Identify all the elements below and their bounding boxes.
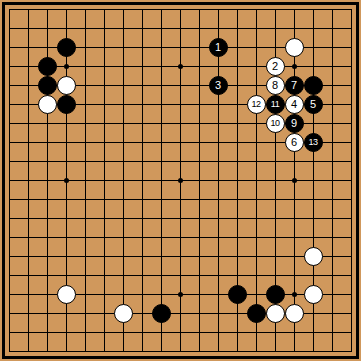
star-point — [64, 178, 69, 183]
stone-white — [114, 304, 133, 323]
move-number-label: 3 — [215, 80, 221, 91]
grid-line-horizontal — [9, 199, 352, 200]
move-number-label: 4 — [291, 99, 297, 110]
move-number-label: 1 — [215, 42, 221, 53]
move-number-label: 9 — [291, 118, 297, 129]
grid-line-horizontal — [9, 237, 352, 238]
stone-black — [304, 76, 323, 95]
stone-white-move-10: 10 — [266, 114, 285, 133]
go-board-diagram: 12387121145109613 — [0, 0, 361, 361]
grid-line-horizontal — [9, 218, 352, 219]
stone-black — [266, 285, 285, 304]
star-point — [178, 64, 183, 69]
stone-black-move-3: 3 — [209, 76, 228, 95]
stone-black-move-11: 11 — [266, 95, 285, 114]
stone-white-move-8: 8 — [266, 76, 285, 95]
star-point — [292, 292, 297, 297]
star-point — [178, 292, 183, 297]
stone-white-move-2: 2 — [266, 57, 285, 76]
grid-line-vertical — [199, 9, 200, 352]
stone-black-move-1: 1 — [209, 38, 228, 57]
stone-white — [285, 38, 304, 57]
stone-white — [304, 285, 323, 304]
stone-white — [304, 247, 323, 266]
move-number-label: 10 — [270, 119, 279, 128]
stone-black-move-13: 13 — [304, 133, 323, 152]
stone-black — [57, 95, 76, 114]
star-point — [64, 64, 69, 69]
star-point — [292, 178, 297, 183]
grid-line-horizontal — [9, 256, 352, 257]
stone-white — [285, 304, 304, 323]
star-point — [292, 64, 297, 69]
move-number-label: 6 — [291, 137, 297, 148]
move-number-label: 7 — [291, 80, 297, 91]
stone-black — [38, 57, 57, 76]
stone-black-move-9: 9 — [285, 114, 304, 133]
grid-line-vertical — [256, 9, 257, 352]
stone-white — [38, 95, 57, 114]
grid-line-vertical — [218, 9, 219, 352]
stone-black — [228, 285, 247, 304]
move-number-label: 8 — [272, 80, 278, 91]
move-number-label: 12 — [251, 100, 260, 109]
stone-black — [57, 38, 76, 57]
stone-black — [247, 304, 266, 323]
move-number-label: 5 — [310, 99, 316, 110]
move-number-label: 13 — [308, 138, 317, 147]
grid-line-vertical — [351, 9, 352, 352]
grid-line-horizontal — [9, 332, 352, 333]
star-point — [178, 178, 183, 183]
stone-black-move-5: 5 — [304, 95, 323, 114]
stone-white-move-12: 12 — [247, 95, 266, 114]
stone-white — [266, 304, 285, 323]
move-number-label: 2 — [272, 61, 278, 72]
grid-line-vertical — [332, 9, 333, 352]
grid-line-horizontal — [9, 275, 352, 276]
stone-black-move-7: 7 — [285, 76, 304, 95]
stone-white-move-6: 6 — [285, 133, 304, 152]
stone-black — [152, 304, 171, 323]
stone-white — [57, 76, 76, 95]
grid-line-horizontal — [9, 351, 352, 352]
move-number-label: 11 — [271, 100, 279, 109]
stone-white — [57, 285, 76, 304]
stone-black — [38, 76, 57, 95]
stone-white-move-4: 4 — [285, 95, 304, 114]
